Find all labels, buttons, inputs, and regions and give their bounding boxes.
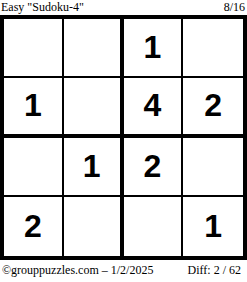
- cell-r4c2[interactable]: [64, 197, 124, 256]
- cell-r4c1[interactable]: 2: [4, 197, 64, 256]
- cell-r3c2[interactable]: 1: [64, 138, 124, 197]
- difficulty-text: Diff: 2 / 62: [188, 263, 241, 278]
- sudoku-board: 1 1 4 2 1 2 2 1: [0, 15, 247, 260]
- cell-r1c1[interactable]: [4, 19, 64, 78]
- cell-r3c4[interactable]: [183, 138, 243, 197]
- cell-r1c4[interactable]: [183, 19, 243, 78]
- givens-counter: 8/16: [224, 1, 245, 14]
- header: Easy "Sudoku-4" 8/16: [0, 0, 247, 15]
- cell-r2c4[interactable]: 2: [183, 78, 243, 137]
- puzzle-title: Easy "Sudoku-4": [1, 1, 84, 14]
- cell-r3c3[interactable]: 2: [124, 138, 184, 197]
- cell-r1c3[interactable]: 1: [124, 19, 184, 78]
- copyright-text: ©grouppuzzles.com – 1/2/2025: [2, 263, 153, 278]
- cell-r2c1[interactable]: 1: [4, 78, 64, 137]
- footer: ©grouppuzzles.com – 1/2/2025 Diff: 2 / 6…: [0, 260, 247, 282]
- puzzle-page: Easy "Sudoku-4" 8/16 1 1 4 2 1 2 2 1 ©gr…: [0, 0, 247, 282]
- cell-r2c3[interactable]: 4: [124, 78, 184, 137]
- cell-r1c2[interactable]: [64, 19, 124, 78]
- cell-r4c3[interactable]: [124, 197, 184, 256]
- cell-r3c1[interactable]: [4, 138, 64, 197]
- cell-r4c4[interactable]: 1: [183, 197, 243, 256]
- cell-r2c2[interactable]: [64, 78, 124, 137]
